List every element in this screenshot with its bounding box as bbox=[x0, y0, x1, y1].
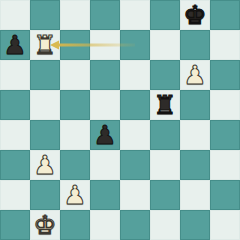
square-f4[interactable] bbox=[150, 120, 180, 150]
square-g6[interactable]: ♟ bbox=[180, 60, 210, 90]
white-king[interactable]: ♚ bbox=[33, 210, 56, 240]
square-e7[interactable] bbox=[120, 30, 150, 60]
square-h3[interactable] bbox=[210, 150, 240, 180]
chess-board[interactable]: ♚♟♜♟♜♟♟♟♚ bbox=[0, 0, 240, 240]
square-g8[interactable]: ♚ bbox=[180, 0, 210, 30]
black-rook[interactable]: ♜ bbox=[153, 90, 176, 120]
square-e8[interactable] bbox=[120, 0, 150, 30]
square-h4[interactable] bbox=[210, 120, 240, 150]
square-e4[interactable] bbox=[120, 120, 150, 150]
square-b6[interactable] bbox=[30, 60, 60, 90]
square-a8[interactable] bbox=[0, 0, 30, 30]
square-b8[interactable] bbox=[30, 0, 60, 30]
square-c1[interactable] bbox=[60, 210, 90, 240]
square-b7[interactable]: ♜ bbox=[30, 30, 60, 60]
square-g5[interactable] bbox=[180, 90, 210, 120]
square-a5[interactable] bbox=[0, 90, 30, 120]
square-f3[interactable] bbox=[150, 150, 180, 180]
square-h5[interactable] bbox=[210, 90, 240, 120]
white-pawn[interactable]: ♟ bbox=[183, 60, 206, 90]
square-g2[interactable] bbox=[180, 180, 210, 210]
square-g1[interactable] bbox=[180, 210, 210, 240]
square-d1[interactable] bbox=[90, 210, 120, 240]
white-pawn[interactable]: ♟ bbox=[63, 180, 86, 210]
square-a6[interactable] bbox=[0, 60, 30, 90]
square-b5[interactable] bbox=[30, 90, 60, 120]
square-d3[interactable] bbox=[90, 150, 120, 180]
square-c8[interactable] bbox=[60, 0, 90, 30]
square-e1[interactable] bbox=[120, 210, 150, 240]
white-pawn[interactable]: ♟ bbox=[33, 150, 56, 180]
square-e3[interactable] bbox=[120, 150, 150, 180]
square-e6[interactable] bbox=[120, 60, 150, 90]
square-b2[interactable] bbox=[30, 180, 60, 210]
square-c2[interactable]: ♟ bbox=[60, 180, 90, 210]
square-h6[interactable] bbox=[210, 60, 240, 90]
square-c6[interactable] bbox=[60, 60, 90, 90]
square-b4[interactable] bbox=[30, 120, 60, 150]
square-e5[interactable] bbox=[120, 90, 150, 120]
square-d4[interactable]: ♟ bbox=[90, 120, 120, 150]
square-f8[interactable] bbox=[150, 0, 180, 30]
square-d5[interactable] bbox=[90, 90, 120, 120]
black-pawn[interactable]: ♟ bbox=[3, 30, 26, 60]
square-c4[interactable] bbox=[60, 120, 90, 150]
square-f7[interactable] bbox=[150, 30, 180, 60]
square-a1[interactable] bbox=[0, 210, 30, 240]
square-g7[interactable] bbox=[180, 30, 210, 60]
square-b3[interactable]: ♟ bbox=[30, 150, 60, 180]
white-rook[interactable]: ♜ bbox=[33, 30, 56, 60]
square-f1[interactable] bbox=[150, 210, 180, 240]
black-king[interactable]: ♚ bbox=[183, 0, 206, 30]
square-h7[interactable] bbox=[210, 30, 240, 60]
square-h1[interactable] bbox=[210, 210, 240, 240]
square-c3[interactable] bbox=[60, 150, 90, 180]
square-f5[interactable]: ♜ bbox=[150, 90, 180, 120]
square-d2[interactable] bbox=[90, 180, 120, 210]
square-c7[interactable] bbox=[60, 30, 90, 60]
square-e2[interactable] bbox=[120, 180, 150, 210]
square-g3[interactable] bbox=[180, 150, 210, 180]
square-a7[interactable]: ♟ bbox=[0, 30, 30, 60]
black-pawn[interactable]: ♟ bbox=[93, 120, 116, 150]
square-b1[interactable]: ♚ bbox=[30, 210, 60, 240]
square-d7[interactable] bbox=[90, 30, 120, 60]
square-a2[interactable] bbox=[0, 180, 30, 210]
square-h8[interactable] bbox=[210, 0, 240, 30]
square-h2[interactable] bbox=[210, 180, 240, 210]
square-a3[interactable] bbox=[0, 150, 30, 180]
square-d6[interactable] bbox=[90, 60, 120, 90]
chess-board-panel: ♚♟♜♟♜♟♟♟♚ bbox=[0, 0, 240, 240]
square-d8[interactable] bbox=[90, 0, 120, 30]
square-f6[interactable] bbox=[150, 60, 180, 90]
square-g4[interactable] bbox=[180, 120, 210, 150]
square-a4[interactable] bbox=[0, 120, 30, 150]
square-f2[interactable] bbox=[150, 180, 180, 210]
square-c5[interactable] bbox=[60, 90, 90, 120]
